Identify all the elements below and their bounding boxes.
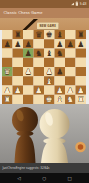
square-d5[interactable] — [34, 58, 45, 67]
square-f6[interactable]: ♞ — [55, 49, 66, 58]
black-piece-f6: ♞ — [56, 49, 63, 58]
square-g1[interactable]: ♞ — [65, 95, 76, 104]
square-e5[interactable] — [44, 58, 55, 67]
black-piece-h7: ♟ — [77, 39, 84, 48]
black-piece-f7: ♟ — [56, 39, 63, 48]
square-b1[interactable] — [13, 95, 24, 104]
square-c1[interactable] — [23, 95, 34, 104]
square-c6[interactable]: ♟ — [23, 49, 34, 58]
square-e3[interactable]: ♝ — [44, 76, 55, 85]
square-a7[interactable]: ♟ — [2, 39, 13, 48]
white-piece-b2: ♟ — [14, 86, 21, 95]
white-piece-e1: ♚ — [46, 95, 53, 104]
android-nav-bar: ◁ ○ □ — [0, 173, 89, 183]
ad-banner[interactable]: JustChessEngine suggests: 32/64s — [0, 163, 89, 173]
square-c8[interactable] — [23, 30, 34, 39]
square-c7[interactable]: ♟ — [23, 39, 34, 48]
square-d4[interactable] — [34, 67, 45, 76]
square-b4[interactable] — [13, 67, 24, 76]
square-b5[interactable] — [13, 58, 24, 67]
white-piece-g2: ♟ — [67, 86, 74, 95]
white-piece-e4: ♟ — [46, 67, 53, 76]
square-h2[interactable]: ♟ — [76, 86, 87, 95]
square-h7[interactable]: ♟ — [76, 39, 87, 48]
app-screen: 5:43 Classic Chess Game NEW GAME ♜♛♚♝♜♟♟… — [0, 0, 89, 183]
black-piece-f8: ♝ — [56, 30, 63, 39]
black-piece-d6: ♞ — [35, 49, 42, 58]
recents-icon[interactable]: □ — [68, 173, 72, 183]
chess-piece-silhouette-graphic — [22, 19, 39, 30]
square-c3[interactable] — [23, 76, 34, 85]
square-g2[interactable]: ♟ — [65, 86, 76, 95]
black-piece-a7: ♟ — [4, 39, 11, 48]
black-piece-h8: ♜ — [77, 30, 84, 39]
ad-banner-text: JustChessEngine suggests: 32/64s — [0, 166, 50, 169]
white-piece-h1: ♜ — [77, 95, 84, 104]
white-piece-a2: ♟ — [4, 86, 11, 95]
black-piece-b7: ♟ — [14, 39, 21, 48]
white-piece-f1: ♝ — [56, 95, 63, 104]
back-icon[interactable]: ◁ — [17, 173, 20, 183]
new-game-button[interactable]: NEW GAME — [37, 23, 59, 30]
square-f3[interactable] — [55, 76, 66, 85]
square-d3[interactable] — [34, 76, 45, 85]
chess-pieces-promo-image — [0, 104, 89, 163]
square-e8[interactable]: ♚ — [44, 30, 55, 39]
white-piece-c4: ♟ — [25, 67, 32, 76]
white-piece-d2: ♟ — [35, 86, 42, 95]
square-h4[interactable] — [76, 67, 87, 76]
square-f8[interactable]: ♝ — [55, 30, 66, 39]
square-d1[interactable] — [34, 95, 45, 104]
square-e7[interactable] — [44, 39, 55, 48]
square-a1[interactable]: ♜ — [2, 95, 13, 104]
square-d7[interactable] — [34, 39, 45, 48]
square-a4[interactable]: ♛ — [2, 67, 13, 76]
square-h6[interactable] — [76, 49, 87, 58]
square-g3[interactable] — [65, 76, 76, 85]
white-piece-a4: ♛ — [4, 67, 11, 76]
square-f5[interactable] — [55, 58, 66, 67]
square-e6[interactable]: ♝ — [44, 49, 55, 58]
signal-icon — [71, 3, 74, 6]
square-e2[interactable] — [44, 86, 55, 95]
square-a5[interactable] — [2, 58, 13, 67]
page-title: Classic Chess Game — [0, 11, 43, 16]
home-icon[interactable]: ○ — [42, 173, 46, 183]
square-f1[interactable]: ♝ — [55, 95, 66, 104]
board-area: ♜♛♚♝♜♟♟♟♟♟♟♟♞♝♞♛♟♟♟♝♟♟♟♟♟♟♜♚♝♞♜ — [0, 30, 89, 104]
black-piece-e6: ♝ — [46, 49, 53, 58]
square-g8[interactable] — [65, 30, 76, 39]
square-h8[interactable]: ♜ — [76, 30, 87, 39]
square-g6[interactable] — [65, 49, 76, 58]
square-b6[interactable] — [13, 49, 24, 58]
status-bar: 5:43 — [0, 0, 89, 8]
white-piece-a1: ♜ — [4, 95, 11, 104]
square-b2[interactable]: ♟ — [13, 86, 24, 95]
square-h5[interactable] — [76, 58, 87, 67]
status-time: 5:43 — [80, 2, 87, 6]
square-f7[interactable]: ♟ — [55, 39, 66, 48]
black-piece-e8: ♚ — [46, 30, 53, 39]
square-f2[interactable]: ♟ — [55, 86, 66, 95]
black-piece-g7: ♟ — [67, 39, 74, 48]
white-piece-g1: ♞ — [67, 95, 74, 104]
square-b8[interactable]: ♜ — [13, 30, 24, 39]
black-piece-c7: ♟ — [25, 39, 32, 48]
square-e4[interactable]: ♟ — [44, 67, 55, 76]
square-b7[interactable]: ♟ — [13, 39, 24, 48]
square-h1[interactable]: ♜ — [76, 95, 87, 104]
square-b3[interactable] — [13, 76, 24, 85]
black-piece-d8: ♛ — [35, 30, 42, 39]
square-g7[interactable]: ♟ — [65, 39, 76, 48]
square-e1[interactable]: ♚ — [44, 95, 55, 104]
square-d8[interactable]: ♛ — [34, 30, 45, 39]
white-piece-e3: ♝ — [46, 76, 53, 85]
square-a2[interactable]: ♟ — [2, 86, 13, 95]
app-bar: Classic Chess Game — [0, 8, 89, 18]
chess-board[interactable]: ♜♛♚♝♜♟♟♟♟♟♟♟♞♝♞♛♟♟♟♝♟♟♟♟♟♟♜♚♝♞♜ — [2, 30, 86, 104]
white-piece-h2: ♟ — [77, 86, 84, 95]
square-c5[interactable] — [23, 58, 34, 67]
hero-strip: NEW GAME — [0, 18, 89, 30]
black-piece-f4: ♟ — [56, 67, 63, 76]
battery-icon — [76, 2, 78, 6]
square-a3[interactable] — [2, 76, 13, 85]
black-piece-b8: ♜ — [14, 30, 21, 39]
ad-badge-icon[interactable] — [75, 142, 86, 153]
square-c4[interactable]: ♟ — [23, 67, 34, 76]
white-piece-f2: ♟ — [56, 86, 63, 95]
square-h3[interactable] — [76, 76, 87, 85]
square-a6[interactable] — [2, 49, 13, 58]
black-piece-c6: ♟ — [25, 49, 32, 58]
square-d6[interactable]: ♞ — [34, 49, 45, 58]
square-d2[interactable]: ♟ — [34, 86, 45, 95]
square-g5[interactable] — [65, 58, 76, 67]
square-c2[interactable] — [23, 86, 34, 95]
square-f4[interactable]: ♟ — [55, 67, 66, 76]
square-g4[interactable] — [65, 67, 76, 76]
square-a8[interactable] — [2, 30, 13, 39]
